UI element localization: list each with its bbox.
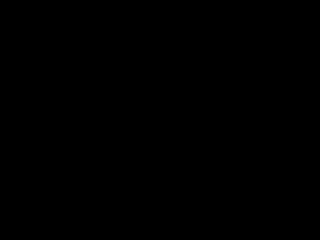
- chess-board: [0, 0, 120, 90]
- chess-app-screenshot: [0, 0, 120, 90]
